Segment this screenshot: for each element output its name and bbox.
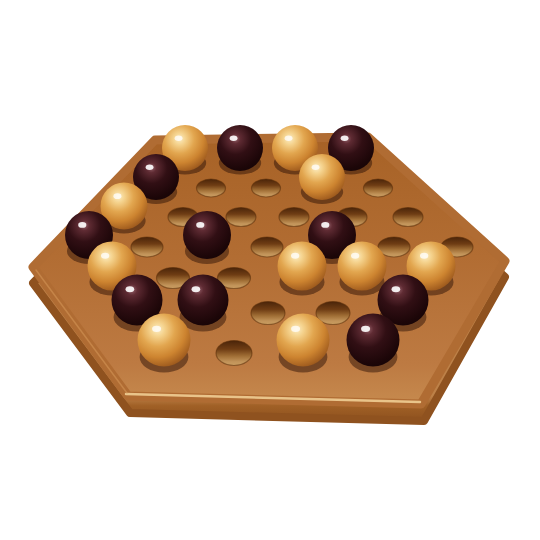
marble-dark-r1c2[interactable] (217, 125, 263, 171)
hole-r2c5[interactable] (364, 179, 393, 197)
specular-highlight (196, 222, 204, 228)
hole-r2c3[interactable] (252, 179, 281, 197)
specular-highlight (230, 136, 238, 142)
hole-r2c2[interactable] (197, 179, 226, 197)
specular-highlight (126, 286, 135, 292)
specular-highlight (101, 253, 109, 259)
specular-highlight (420, 253, 428, 259)
specular-highlight (392, 286, 401, 292)
hole-r3c4[interactable] (279, 208, 309, 227)
marble-dark-r6c2[interactable] (178, 275, 229, 326)
specular-highlight (146, 165, 154, 171)
marble-tan-r5c5[interactable] (338, 242, 387, 291)
specular-highlight (291, 326, 300, 332)
specular-highlight (175, 136, 183, 142)
specular-highlight (321, 222, 329, 228)
marble-dark-r7c4[interactable] (347, 314, 400, 367)
hole-r3c3[interactable] (226, 208, 256, 227)
specular-highlight (361, 326, 370, 332)
specular-highlight (351, 253, 359, 259)
marble-tan-r2c4[interactable] (299, 154, 345, 200)
hole-r4c2[interactable] (131, 237, 163, 257)
hole-r6c3[interactable] (251, 302, 285, 325)
hole-r4c4[interactable] (251, 237, 283, 257)
specular-highlight (291, 253, 299, 259)
specular-highlight (113, 193, 121, 199)
marble-tan-r7c1[interactable] (138, 314, 191, 367)
board-photo (0, 0, 540, 540)
specular-highlight (78, 222, 86, 228)
hole-r7c2[interactable] (216, 341, 252, 366)
specular-highlight (341, 136, 349, 142)
specular-highlight (152, 326, 161, 332)
specular-highlight (285, 136, 293, 142)
hole-r3c6[interactable] (393, 208, 423, 227)
marble-dark-r4c3[interactable] (183, 211, 231, 259)
hex-marble-board (0, 0, 540, 540)
marble-tan-r7c3[interactable] (277, 314, 330, 367)
specular-highlight (312, 165, 320, 171)
specular-highlight (192, 286, 201, 292)
marble-tan-r5c4[interactable] (278, 242, 327, 291)
